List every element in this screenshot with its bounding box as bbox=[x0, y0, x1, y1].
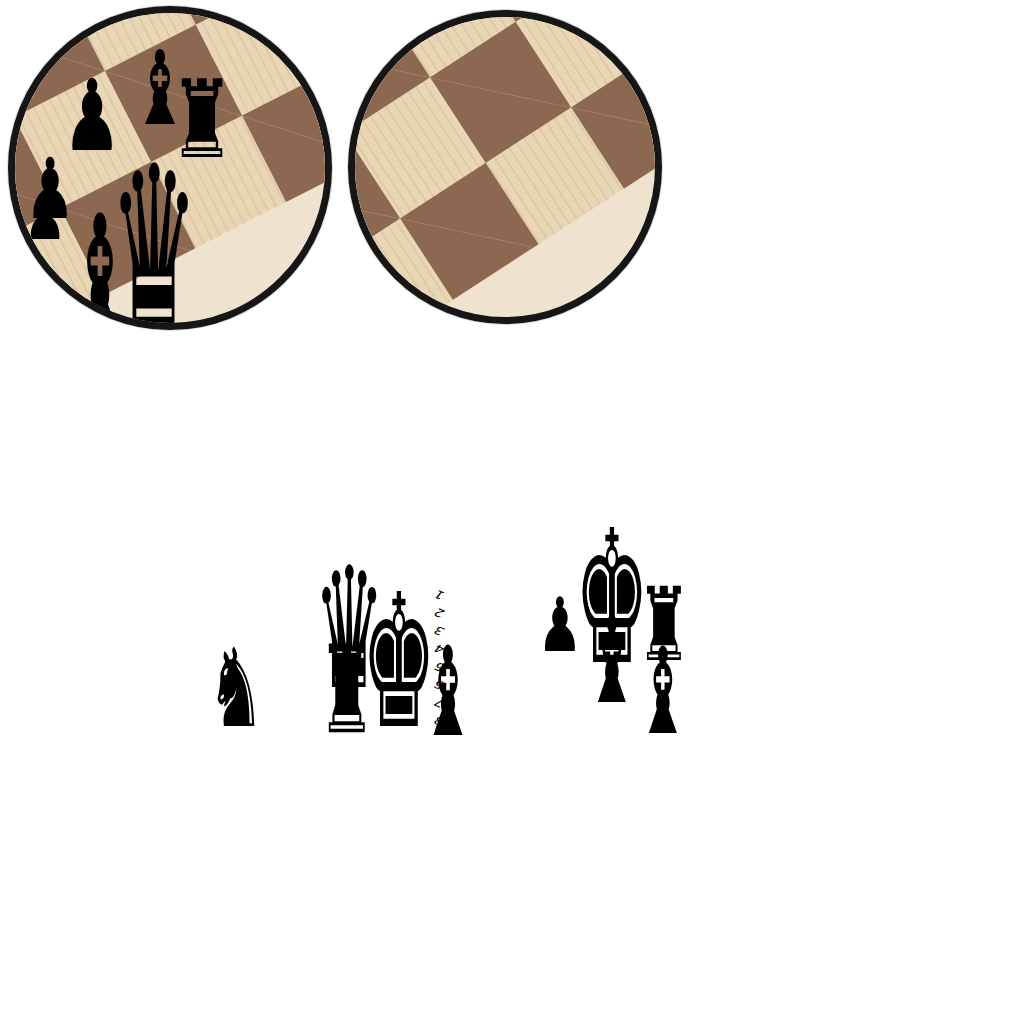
inset-chess-closeup: gfe♟♝♜♛♝♟♟ bbox=[8, 6, 332, 330]
white-knight-h3[interactable]: ♞ bbox=[207, 626, 264, 752]
inset-checkers-closeup: hgf bbox=[348, 10, 662, 324]
dark-checkers-disc bbox=[355, 92, 419, 146]
black-pawn-d5[interactable]: ♟ bbox=[538, 582, 583, 669]
disc-side bbox=[355, 146, 415, 186]
white-bishop-f5[interactable]: ♝ bbox=[420, 619, 476, 765]
light-checkers-disc bbox=[355, 146, 415, 197]
black-pawn[interactable]: ♟ bbox=[23, 176, 66, 254]
disc-side bbox=[355, 197, 421, 241]
product-photo: abcdefgh1234567812345678abcdefgh ♞♛♚♜♝♚♟… bbox=[0, 0, 1024, 1024]
disc-side bbox=[355, 92, 419, 134]
black-bishop-d6[interactable]: ♝ bbox=[585, 590, 639, 730]
black-bishop-d7[interactable]: ♝ bbox=[636, 621, 690, 761]
white-rook-g4[interactable]: ♜ bbox=[318, 620, 375, 761]
